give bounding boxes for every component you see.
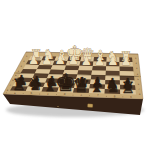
hinge-metal-right (139, 76, 141, 78)
piece-black-knight: ♞ (105, 77, 120, 96)
piece-white-pawn: ♟ (81, 54, 92, 68)
piece-white-pawn: ♟ (121, 54, 132, 68)
piece-white-pawn: ♟ (28, 53, 39, 67)
board-scene: abcdefgh1122334455667788♜♞♝♚♛♝♞♜♟♟♟♟♟♟♟♟… (0, 0, 150, 150)
piece-black-queen: ♛ (72, 73, 90, 97)
piece-white-pawn: ♟ (94, 54, 105, 68)
piece-black-rook: ♜ (12, 75, 26, 94)
piece-white-pawn: ♟ (41, 53, 52, 67)
piece-white-pawn: ♟ (108, 54, 119, 68)
border-dot (6, 92, 7, 93)
piece-white-pawn: ♟ (55, 53, 66, 67)
piece-black-bishop: ♝ (89, 76, 104, 96)
piece-black-rook: ♜ (121, 78, 135, 97)
chess-set-photo: chess abcdefgh1122334455667788♜♞♝♚♛♝♞♜♟♟… (0, 0, 150, 150)
box-clasp (87, 104, 93, 108)
box-nail (57, 106, 58, 107)
piece-white-pawn: ♟ (68, 53, 79, 67)
piece-black-knight: ♞ (27, 75, 42, 94)
